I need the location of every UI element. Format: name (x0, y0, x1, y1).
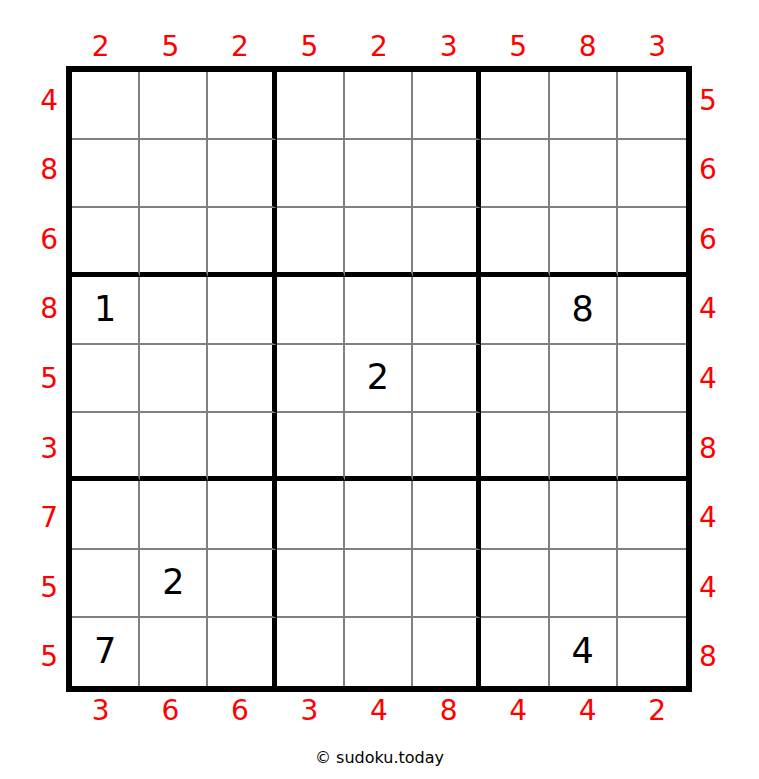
cell-r6c9[interactable] (618, 413, 686, 481)
clue-left-9: 5 (40, 643, 58, 671)
clue-left-6: 3 (40, 435, 58, 463)
cell-r4c9[interactable] (618, 277, 686, 345)
cell-r5c2[interactable] (140, 345, 208, 413)
clue-right-8: 4 (699, 574, 717, 602)
cell-r3c4[interactable] (277, 208, 345, 276)
left-clues: 486853755 (0, 66, 58, 692)
cell-r5c4[interactable] (277, 345, 345, 413)
cell-r5c1[interactable] (72, 345, 140, 413)
clue-left-2: 8 (40, 156, 58, 184)
cell-r1c4[interactable] (277, 72, 345, 140)
cell-r2c3[interactable] (208, 140, 276, 208)
cell-r9c9[interactable] (618, 618, 686, 686)
cell-r6c2[interactable] (140, 413, 208, 481)
cell-r2c2[interactable] (140, 140, 208, 208)
cell-r9c1[interactable]: 7 (72, 618, 140, 686)
cell-r7c5[interactable] (345, 481, 413, 549)
cell-r4c1[interactable]: 1 (72, 277, 140, 345)
clue-left-3: 6 (40, 226, 58, 254)
cell-r8c6[interactable] (413, 550, 481, 618)
cell-r5c3[interactable] (208, 345, 276, 413)
cell-r7c7[interactable] (481, 481, 549, 549)
cell-r4c5[interactable] (345, 277, 413, 345)
cell-r1c5[interactable] (345, 72, 413, 140)
clue-bottom-1: 3 (92, 697, 110, 725)
clue-bottom-8: 4 (579, 697, 597, 725)
cell-r4c6[interactable] (413, 277, 481, 345)
cell-r6c1[interactable] (72, 413, 140, 481)
cell-r6c5[interactable] (345, 413, 413, 481)
cell-r2c4[interactable] (277, 140, 345, 208)
clue-bottom-2: 6 (161, 697, 179, 725)
clue-top-7: 5 (509, 33, 527, 61)
puzzle-page: 252523583 486853755 566448448 366348442 … (0, 0, 759, 779)
clue-bottom-3: 6 (231, 697, 249, 725)
cell-r3c5[interactable] (345, 208, 413, 276)
cell-r3c8[interactable] (550, 208, 618, 276)
clue-bottom-7: 4 (509, 697, 527, 725)
cell-r6c3[interactable] (208, 413, 276, 481)
cell-r2c1[interactable] (72, 140, 140, 208)
cell-r7c2[interactable] (140, 481, 208, 549)
cell-r4c7[interactable] (481, 277, 549, 345)
cell-r8c8[interactable] (550, 550, 618, 618)
clue-top-5: 2 (370, 33, 388, 61)
cell-r5c6[interactable] (413, 345, 481, 413)
clue-bottom-4: 3 (301, 697, 319, 725)
clue-right-1: 5 (699, 87, 717, 115)
cell-r3c6[interactable] (413, 208, 481, 276)
clue-bottom-5: 4 (370, 697, 388, 725)
cell-r3c7[interactable] (481, 208, 549, 276)
clue-top-3: 2 (231, 33, 249, 61)
clue-top-2: 5 (161, 33, 179, 61)
cell-r1c8[interactable] (550, 72, 618, 140)
cell-r3c3[interactable] (208, 208, 276, 276)
cell-r8c7[interactable] (481, 550, 549, 618)
cell-r1c3[interactable] (208, 72, 276, 140)
clue-top-4: 5 (301, 33, 319, 61)
clue-left-8: 5 (40, 574, 58, 602)
clue-bottom-9: 2 (648, 697, 666, 725)
cell-r2c7[interactable] (481, 140, 549, 208)
cell-r7c3[interactable] (208, 481, 276, 549)
cell-r6c4[interactable] (277, 413, 345, 481)
cell-r8c9[interactable] (618, 550, 686, 618)
cell-r9c4[interactable] (277, 618, 345, 686)
cell-r3c2[interactable] (140, 208, 208, 276)
cell-r5c9[interactable] (618, 345, 686, 413)
cell-r9c2[interactable] (140, 618, 208, 686)
cell-r3c1[interactable] (72, 208, 140, 276)
cell-r6c6[interactable] (413, 413, 481, 481)
clue-top-6: 3 (440, 33, 458, 61)
cell-r8c1[interactable] (72, 550, 140, 618)
cell-r2c8[interactable] (550, 140, 618, 208)
cell-r5c7[interactable] (481, 345, 549, 413)
cell-r3c9[interactable] (618, 208, 686, 276)
cell-r4c8[interactable]: 8 (550, 277, 618, 345)
clue-left-1: 4 (40, 87, 58, 115)
right-clues: 566448448 (699, 66, 759, 692)
cell-r4c4[interactable] (277, 277, 345, 345)
cell-r8c4[interactable] (277, 550, 345, 618)
clue-right-7: 4 (699, 504, 717, 532)
cell-r7c4[interactable] (277, 481, 345, 549)
cell-r6c7[interactable] (481, 413, 549, 481)
clue-right-2: 6 (699, 156, 717, 184)
clue-left-7: 7 (40, 504, 58, 532)
cell-r2c6[interactable] (413, 140, 481, 208)
cell-r7c8[interactable] (550, 481, 618, 549)
cell-r1c1[interactable] (72, 72, 140, 140)
copyright: © sudoku.today (0, 748, 759, 767)
sudoku-board: 182274 (66, 66, 692, 692)
cell-r9c3[interactable] (208, 618, 276, 686)
clue-bottom-6: 8 (440, 697, 458, 725)
cell-r4c3[interactable] (208, 277, 276, 345)
cell-r7c9[interactable] (618, 481, 686, 549)
clue-top-8: 8 (579, 33, 597, 61)
cell-r9c7[interactable] (481, 618, 549, 686)
cell-r6c8[interactable] (550, 413, 618, 481)
clue-right-5: 4 (699, 365, 717, 393)
cell-r7c1[interactable] (72, 481, 140, 549)
cell-r7c6[interactable] (413, 481, 481, 549)
bottom-clues: 366348442 (66, 697, 692, 737)
cell-r1c6[interactable] (413, 72, 481, 140)
cell-r8c3[interactable] (208, 550, 276, 618)
clue-right-3: 6 (699, 226, 717, 254)
clue-top-9: 3 (648, 33, 666, 61)
clue-left-4: 8 (40, 295, 58, 323)
cell-r1c9[interactable] (618, 72, 686, 140)
cell-r9c5[interactable] (345, 618, 413, 686)
cell-r8c2[interactable]: 2 (140, 550, 208, 618)
cell-r4c2[interactable] (140, 277, 208, 345)
clue-right-9: 8 (699, 643, 717, 671)
cell-r2c9[interactable] (618, 140, 686, 208)
cell-r5c5[interactable]: 2 (345, 345, 413, 413)
cell-r5c8[interactable] (550, 345, 618, 413)
cell-r1c7[interactable] (481, 72, 549, 140)
cell-r8c5[interactable] (345, 550, 413, 618)
cell-r9c8[interactable]: 4 (550, 618, 618, 686)
clue-right-6: 8 (699, 435, 717, 463)
clue-right-4: 4 (699, 295, 717, 323)
clue-top-1: 2 (92, 33, 110, 61)
cell-r9c6[interactable] (413, 618, 481, 686)
clue-left-5: 5 (40, 365, 58, 393)
top-clues: 252523583 (66, 0, 692, 61)
cell-r1c2[interactable] (140, 72, 208, 140)
cell-r2c5[interactable] (345, 140, 413, 208)
